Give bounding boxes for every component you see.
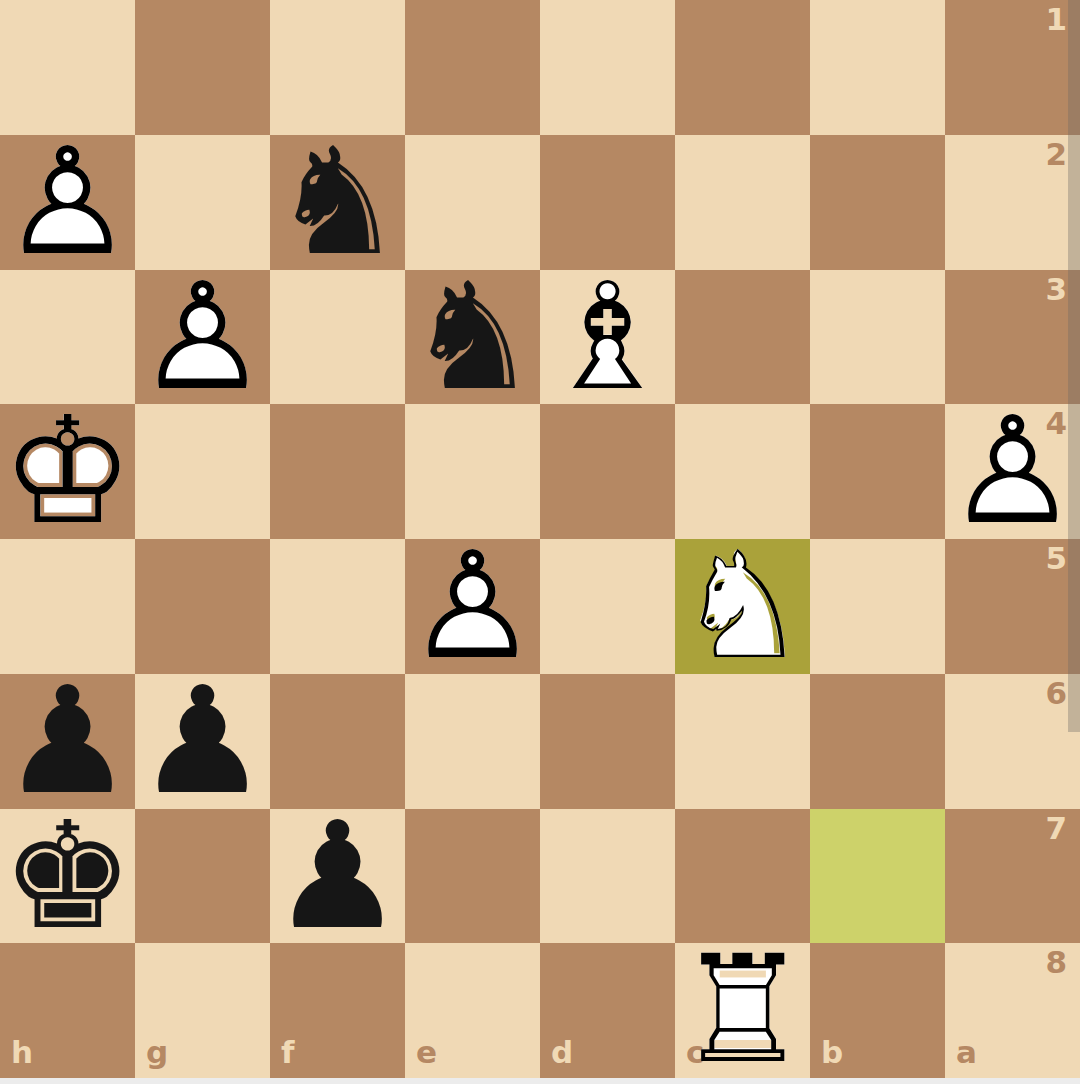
white-pawn[interactable]: ♟♙ [405,539,540,674]
white-knight-icon: ♞ [675,539,810,674]
white-rook[interactable]: ♜♖ [675,943,810,1078]
white-king-icon: ♚ [0,404,135,539]
white-pawn-outline-icon: ♙ [0,135,135,270]
square-f5[interactable] [270,539,405,674]
square-b7[interactable] [810,809,945,944]
white-bishop-outline-icon: ♗ [540,270,675,405]
square-e8[interactable]: e [405,943,540,1078]
file-label-a: a [956,1037,977,1068]
page: 1♟♙♞2♟♙♞♝♗3♚♔4♟♙♟♙♞♘5♟♟6♚♟7hgfedc♜♖b8a [0,0,1080,1084]
black-pawn[interactable]: ♟ [270,809,405,944]
black-king-icon: ♚ [0,809,135,944]
file-label-g: g [146,1037,168,1068]
square-c4[interactable] [675,404,810,539]
square-c1[interactable] [675,0,810,135]
square-d4[interactable] [540,404,675,539]
white-king-outline-icon: ♔ [0,404,135,539]
white-pawn[interactable]: ♟♙ [945,404,1080,539]
square-g4[interactable] [135,404,270,539]
square-h1[interactable] [0,0,135,135]
white-pawn-icon: ♟ [405,539,540,674]
square-f4[interactable] [270,404,405,539]
square-f8[interactable]: f [270,943,405,1078]
square-a4[interactable]: 4♟♙ [945,404,1080,539]
white-pawn[interactable]: ♟♙ [0,135,135,270]
square-d1[interactable] [540,0,675,135]
black-pawn[interactable]: ♟ [135,674,270,809]
square-e6[interactable] [405,674,540,809]
file-label-e: e [416,1037,437,1068]
file-label-b: b [821,1037,843,1068]
square-c5[interactable]: ♞♘ [675,539,810,674]
square-f3[interactable] [270,270,405,405]
black-knight-icon: ♞ [405,270,540,405]
square-g2[interactable] [135,135,270,270]
square-h3[interactable] [0,270,135,405]
white-bishop-icon: ♝ [540,270,675,405]
square-b2[interactable] [810,135,945,270]
white-knight-outline-icon: ♘ [675,539,810,674]
black-pawn-icon: ♟ [0,674,135,809]
square-a7[interactable]: 7 [945,809,1080,944]
page-bottom-strip [0,1078,1080,1084]
square-d7[interactable] [540,809,675,944]
square-h2[interactable]: ♟♙ [0,135,135,270]
square-a2[interactable]: 2 [945,135,1080,270]
square-e3[interactable]: ♞ [405,270,540,405]
square-f2[interactable]: ♞ [270,135,405,270]
black-knight[interactable]: ♞ [270,135,405,270]
white-knight[interactable]: ♞♘ [675,539,810,674]
square-a3[interactable]: 3 [945,270,1080,405]
square-c8[interactable]: c♜♖ [675,943,810,1078]
square-g6[interactable]: ♟ [135,674,270,809]
file-label-f: f [281,1037,295,1068]
square-b1[interactable] [810,0,945,135]
square-g8[interactable]: g [135,943,270,1078]
square-b5[interactable] [810,539,945,674]
square-b4[interactable] [810,404,945,539]
rank-label-5: 5 [1045,543,1067,574]
square-g3[interactable]: ♟♙ [135,270,270,405]
black-pawn-icon: ♟ [270,809,405,944]
white-rook-icon: ♜ [675,943,810,1078]
square-f1[interactable] [270,0,405,135]
square-e5[interactable]: ♟♙ [405,539,540,674]
square-c7[interactable] [675,809,810,944]
square-b8[interactable]: b [810,943,945,1078]
square-d8[interactable]: d [540,943,675,1078]
square-d5[interactable] [540,539,675,674]
square-e2[interactable] [405,135,540,270]
black-king[interactable]: ♚ [0,809,135,944]
square-c6[interactable] [675,674,810,809]
square-h6[interactable]: ♟ [0,674,135,809]
black-knight-icon: ♞ [270,135,405,270]
square-e1[interactable] [405,0,540,135]
square-b6[interactable] [810,674,945,809]
rank-label-8: 8 [1045,947,1067,978]
black-knight[interactable]: ♞ [405,270,540,405]
rank-label-1: 1 [1045,4,1067,35]
square-g5[interactable] [135,539,270,674]
white-king[interactable]: ♚♔ [0,404,135,539]
square-a1[interactable]: 1 [945,0,1080,135]
white-pawn[interactable]: ♟♙ [135,270,270,405]
square-d6[interactable] [540,674,675,809]
square-f6[interactable] [270,674,405,809]
chess-board: 1♟♙♞2♟♙♞♝♗3♚♔4♟♙♟♙♞♘5♟♟6♚♟7hgfedc♜♖b8a [0,0,1080,1078]
white-pawn-icon: ♟ [0,135,135,270]
square-a5[interactable]: 5 [945,539,1080,674]
square-e4[interactable] [405,404,540,539]
square-f7[interactable]: ♟ [270,809,405,944]
square-h5[interactable] [0,539,135,674]
square-e7[interactable] [405,809,540,944]
square-g1[interactable] [135,0,270,135]
square-h8[interactable]: h [0,943,135,1078]
square-a6[interactable]: 6 [945,674,1080,809]
white-pawn-icon: ♟ [135,270,270,405]
black-pawn[interactable]: ♟ [0,674,135,809]
square-d3[interactable]: ♝♗ [540,270,675,405]
white-rook-outline-icon: ♖ [675,943,810,1078]
square-a8[interactable]: 8a [945,943,1080,1078]
file-label-h: h [11,1037,33,1068]
square-h7[interactable]: ♚ [0,809,135,944]
white-pawn-icon: ♟ [945,404,1080,539]
white-pawn-outline-icon: ♙ [405,539,540,674]
square-c2[interactable] [675,135,810,270]
rank-label-7: 7 [1045,813,1067,844]
white-bishop[interactable]: ♝♗ [540,270,675,405]
square-h4[interactable]: ♚♔ [0,404,135,539]
scrollbar-thumb[interactable] [1068,0,1080,732]
black-pawn-icon: ♟ [135,674,270,809]
rank-label-2: 2 [1045,139,1067,170]
square-c3[interactable] [675,270,810,405]
rank-label-6: 6 [1045,678,1067,709]
file-label-d: d [551,1037,573,1068]
white-pawn-outline-icon: ♙ [135,270,270,405]
white-pawn-outline-icon: ♙ [945,404,1080,539]
rank-label-3: 3 [1045,274,1067,305]
square-b3[interactable] [810,270,945,405]
square-d2[interactable] [540,135,675,270]
square-g7[interactable] [135,809,270,944]
